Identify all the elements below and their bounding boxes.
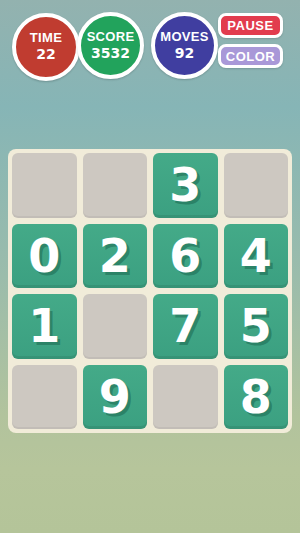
tile-7[interactable]: 7	[153, 294, 218, 359]
pause-button[interactable]: PAUSE	[218, 13, 283, 38]
time-value: 22	[36, 46, 55, 62]
empty-cell	[12, 365, 77, 430]
tile-1[interactable]: 1	[12, 294, 77, 359]
moves-label: MOVES	[160, 30, 208, 45]
tile-6[interactable]: 6	[153, 224, 218, 289]
empty-cell	[12, 153, 77, 218]
empty-cell	[83, 294, 148, 359]
moves-indicator: MOVES 92	[151, 12, 218, 79]
empty-cell	[153, 365, 218, 430]
game-screen: TIME 22 SCORE 3532 MOVES 92 PAUSE COLOR …	[0, 0, 300, 533]
tile-9[interactable]: 9	[83, 365, 148, 430]
color-button[interactable]: COLOR	[218, 44, 283, 68]
empty-cell	[83, 153, 148, 218]
score-indicator: SCORE 3532	[77, 12, 144, 79]
time-label: TIME	[30, 31, 62, 46]
time-indicator: TIME 22	[12, 13, 80, 81]
tile-0[interactable]: 0	[12, 224, 77, 289]
tile-5[interactable]: 5	[224, 294, 289, 359]
tile-2[interactable]: 2	[83, 224, 148, 289]
score-value: 3532	[91, 45, 130, 61]
empty-cell	[224, 153, 289, 218]
moves-value: 92	[175, 45, 194, 61]
tile-8[interactable]: 8	[224, 365, 289, 430]
score-label: SCORE	[87, 30, 135, 45]
puzzle-board: 3026417598	[8, 149, 292, 433]
tile-3[interactable]: 3	[153, 153, 218, 218]
tile-4[interactable]: 4	[224, 224, 289, 289]
